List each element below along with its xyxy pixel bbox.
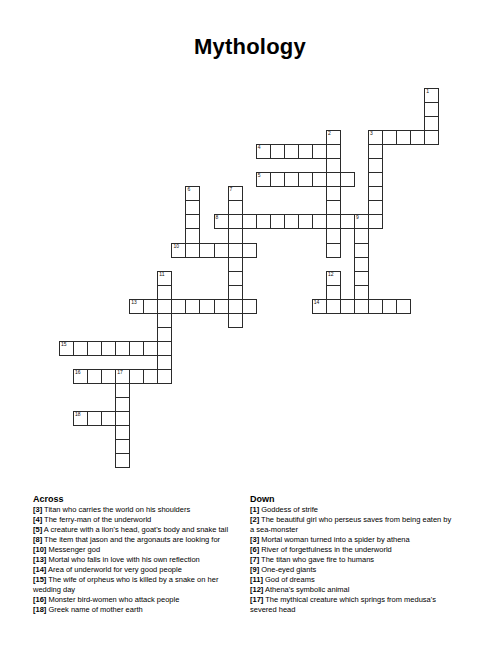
cell-r20c7[interactable] — [157, 369, 172, 384]
cell-r9c13[interactable] — [242, 214, 257, 229]
page-title: Mythology — [0, 34, 500, 60]
cell-r7c19[interactable] — [326, 186, 341, 201]
clue-number: [7] — [250, 555, 259, 564]
cell-r10c21[interactable] — [354, 228, 369, 243]
cell-r13c21[interactable] — [354, 271, 369, 286]
clue-text: Greek name of mother earth — [46, 605, 142, 614]
cell-r9c15[interactable] — [270, 214, 285, 229]
cell-r12c21[interactable] — [354, 257, 369, 272]
clue-text: The item that jason and the argonauts ar… — [42, 535, 220, 544]
clue-number: [4] — [33, 515, 42, 524]
cell-r16c12[interactable] — [228, 313, 243, 328]
cell-r4c14[interactable]: 4 — [256, 144, 271, 159]
clue-down-12: [12] Athena's symbolic animal — [250, 585, 485, 595]
cell-r4c15[interactable] — [270, 144, 285, 159]
cell-number-18: 18 — [75, 412, 81, 418]
cell-r15c10[interactable] — [199, 299, 214, 314]
cell-r8c22[interactable] — [368, 200, 383, 215]
cell-r19c7[interactable] — [157, 355, 172, 370]
cell-r3c25[interactable] — [410, 130, 425, 145]
cell-r11c19[interactable] — [326, 243, 341, 258]
cell-r15c8[interactable] — [171, 299, 186, 314]
cell-number-6: 6 — [187, 187, 190, 193]
cell-r7c9[interactable]: 6 — [185, 186, 200, 201]
clues-across-section: Across [3] Titan who carries the world o… — [33, 494, 268, 615]
clue-down-17: [17] The mythical creature which springs… — [250, 595, 485, 615]
cell-r15c6[interactable] — [143, 299, 158, 314]
clue-text: The wife of orpheus who is killed by a s… — [33, 575, 218, 594]
cell-r9c11[interactable]: 8 — [214, 214, 229, 229]
cell-r9c21[interactable]: 9 — [354, 214, 369, 229]
cell-r14c21[interactable] — [354, 285, 369, 300]
clue-down-9: [9] One-eyed giants — [250, 565, 485, 575]
cell-r6c17[interactable] — [298, 172, 313, 187]
clue-number: [6] — [250, 545, 259, 554]
clue-text: A creature with a lion's head, goat's bo… — [42, 525, 228, 534]
cell-number-5: 5 — [258, 173, 261, 179]
cell-r6c20[interactable] — [340, 172, 355, 187]
cell-r13c12[interactable] — [228, 271, 243, 286]
clue-text: Athena's symbolic animal — [263, 585, 349, 594]
clue-number: [1] — [250, 505, 259, 514]
cell-number-2: 2 — [328, 131, 331, 137]
cell-r10c12[interactable] — [228, 228, 243, 243]
cell-r8c19[interactable] — [326, 200, 341, 215]
cell-r9c22[interactable] — [368, 214, 383, 229]
clue-text: River of forgetfulness in the underworld — [259, 545, 392, 554]
clue-text: The titan who gave fire to humans — [259, 555, 374, 564]
clue-number: [16] — [33, 595, 46, 604]
clues-down-section: Down [1] Goddess of strife[2] The beauti… — [250, 494, 485, 615]
cell-r10c9[interactable] — [185, 228, 200, 243]
cell-r21c4[interactable] — [115, 383, 130, 398]
cell-r15c5[interactable]: 13 — [129, 299, 144, 314]
cell-r13c19[interactable]: 12 — [326, 271, 341, 286]
cell-r3c26[interactable] — [424, 130, 439, 145]
clue-across-4: [4] The ferry-man of the underworld — [33, 515, 268, 525]
cell-number-17: 17 — [117, 370, 123, 376]
clue-text: The ferry-man of the underworld — [42, 515, 151, 524]
cell-r25c4[interactable] — [115, 439, 130, 454]
cell-r15c18[interactable]: 14 — [312, 299, 327, 314]
clue-text: Monster bird-women who attack people — [46, 595, 179, 604]
clue-number: [10] — [33, 545, 46, 554]
cell-r3c23[interactable] — [382, 130, 397, 145]
cell-r15c21[interactable] — [354, 299, 369, 314]
clue-number: [11] — [250, 575, 263, 584]
cell-r23c1[interactable]: 18 — [73, 411, 88, 426]
clue-down-3: [3] Mortal woman turned into a spider by… — [250, 535, 485, 545]
cell-r11c8[interactable]: 10 — [171, 243, 186, 258]
clue-text: Messenger god — [46, 545, 100, 554]
cell-r24c4[interactable] — [115, 425, 130, 440]
cell-r8c9[interactable] — [185, 200, 200, 215]
clue-number: [3] — [33, 505, 42, 514]
clue-number: [17] — [250, 595, 263, 604]
cell-r18c7[interactable] — [157, 341, 172, 356]
cell-r7c12[interactable]: 7 — [228, 186, 243, 201]
cell-r9c17[interactable] — [298, 214, 313, 229]
cell-r6c15[interactable] — [270, 172, 285, 187]
cell-r6c22[interactable] — [368, 172, 383, 187]
cell-r11c11[interactable] — [214, 243, 229, 258]
cell-number-9: 9 — [356, 215, 359, 221]
clue-text: The mythical creature which springs from… — [250, 595, 436, 614]
down-clue-list: [1] Goddess of strife[2] The beautiful g… — [250, 505, 485, 615]
cell-r20c1[interactable]: 16 — [73, 369, 88, 384]
cell-number-11: 11 — [159, 272, 164, 278]
clue-down-2: [2] The beautiful girl who perseus saves… — [250, 515, 485, 535]
cell-r23c4[interactable] — [115, 411, 130, 426]
clue-number: [18] — [33, 605, 46, 614]
cell-r15c12[interactable] — [228, 299, 243, 314]
cell-number-7: 7 — [230, 187, 233, 193]
cell-r16c7[interactable] — [157, 313, 172, 328]
cell-r9c20[interactable] — [340, 214, 355, 229]
clue-across-3: [3] Titan who carries the world on his s… — [33, 505, 268, 515]
cell-r11c21[interactable] — [354, 243, 369, 258]
cell-r3c24[interactable] — [396, 130, 411, 145]
cell-number-16: 16 — [75, 370, 81, 376]
cell-r18c6[interactable] — [143, 341, 158, 356]
cell-number-4: 4 — [258, 145, 261, 151]
cell-r15c9[interactable] — [185, 299, 200, 314]
clue-across-13: [13] Mortal who falls in love with his o… — [33, 555, 268, 565]
cell-r20c5[interactable] — [129, 369, 144, 384]
cell-r10c19[interactable] — [326, 228, 341, 243]
cell-r14c12[interactable] — [228, 285, 243, 300]
cell-r9c18[interactable] — [312, 214, 327, 229]
cell-r9c9[interactable] — [185, 214, 200, 229]
cell-r15c20[interactable] — [340, 299, 355, 314]
cell-r6c19[interactable] — [326, 172, 341, 187]
clue-text: Titan who carries the world on his shoul… — [42, 505, 190, 514]
cell-number-10: 10 — [173, 244, 179, 250]
cell-r2c26[interactable] — [424, 116, 439, 131]
cell-r12c12[interactable] — [228, 257, 243, 272]
cell-r22c4[interactable] — [115, 397, 130, 412]
clue-down-1: [1] Goddess of strife — [250, 505, 485, 515]
clue-number: [8] — [33, 535, 42, 544]
crossword-page: { "title": "Mythology", "game": "crosswo… — [0, 0, 500, 647]
cell-r9c16[interactable] — [284, 214, 299, 229]
cell-r14c19[interactable] — [326, 285, 341, 300]
cell-r18c5[interactable] — [129, 341, 144, 356]
cell-r5c19[interactable] — [326, 158, 341, 173]
cell-r15c13[interactable] — [242, 299, 257, 314]
cell-r6c14[interactable]: 5 — [256, 172, 271, 187]
cell-number-12: 12 — [328, 272, 334, 278]
clue-across-18: [18] Greek name of mother earth — [33, 605, 268, 615]
cell-r15c7[interactable] — [157, 299, 172, 314]
cell-r1c26[interactable] — [424, 102, 439, 117]
clue-number: [2] — [250, 515, 259, 524]
cell-r17c7[interactable] — [157, 327, 172, 342]
across-clue-list: [3] Titan who carries the world on his s… — [33, 505, 268, 615]
clue-across-5: [5] A creature with a lion's head, goat'… — [33, 525, 268, 535]
cell-r11c12[interactable] — [228, 243, 243, 258]
cell-r18c2[interactable] — [87, 341, 102, 356]
clue-number: [15] — [33, 575, 46, 584]
cell-r15c22[interactable] — [368, 299, 383, 314]
cell-r3c19[interactable]: 2 — [326, 130, 341, 145]
cell-r23c2[interactable] — [87, 411, 102, 426]
cell-r3c22[interactable]: 3 — [368, 130, 383, 145]
cell-r4c18[interactable] — [312, 144, 327, 159]
cell-number-14: 14 — [314, 300, 320, 306]
cell-r18c1[interactable] — [73, 341, 88, 356]
cell-number-1: 1 — [426, 89, 429, 95]
cell-number-13: 13 — [131, 300, 137, 306]
clue-text: God of dreams — [263, 575, 315, 584]
cell-number-3: 3 — [370, 131, 373, 137]
cell-r23c3[interactable] — [101, 411, 116, 426]
cell-r15c11[interactable] — [214, 299, 229, 314]
cell-r15c24[interactable] — [396, 299, 411, 314]
clue-number: [3] — [250, 535, 259, 544]
clue-across-15: [15] The wife of orpheus who is killed b… — [33, 575, 268, 595]
clue-down-6: [6] River of forgetfulness in the underw… — [250, 545, 485, 555]
cell-r11c13[interactable] — [242, 243, 257, 258]
cell-r4c17[interactable] — [298, 144, 313, 159]
cell-r7c22[interactable] — [368, 186, 383, 201]
clue-across-10: [10] Messenger god — [33, 545, 268, 555]
cell-r9c14[interactable] — [256, 214, 271, 229]
cell-r20c6[interactable] — [143, 369, 158, 384]
cell-r6c16[interactable] — [284, 172, 299, 187]
cell-r15c19[interactable] — [326, 299, 341, 314]
cell-r20c2[interactable] — [87, 369, 102, 384]
cell-r9c12[interactable] — [228, 214, 243, 229]
cell-r9c19[interactable] — [326, 214, 341, 229]
clue-text: Mortal who falls in love with his own re… — [46, 555, 199, 564]
cell-r18c3[interactable] — [101, 341, 116, 356]
clue-across-14: [14] Area of underworld for very good pe… — [33, 565, 268, 575]
crossword-grid: 123456789101112131415161718 — [59, 88, 438, 467]
cell-r14c7[interactable] — [157, 285, 172, 300]
cell-r4c16[interactable] — [284, 144, 299, 159]
clue-number: [14] — [33, 565, 46, 574]
cell-r8c12[interactable] — [228, 200, 243, 215]
clue-number: [12] — [250, 585, 263, 594]
cell-r26c4[interactable] — [115, 453, 130, 468]
cell-r0c26[interactable]: 1 — [424, 88, 439, 103]
clue-number: [5] — [33, 525, 42, 534]
cell-number-15: 15 — [61, 342, 67, 348]
cell-r18c0[interactable]: 15 — [59, 341, 74, 356]
clue-down-7: [7] The titan who gave fire to humans — [250, 555, 485, 565]
cell-r6c18[interactable] — [312, 172, 327, 187]
clue-across-8: [8] The item that jason and the argonaut… — [33, 535, 268, 545]
clue-text: Mortal woman turned into a spider by ath… — [259, 535, 410, 544]
down-header: Down — [250, 494, 485, 504]
cell-r11c10[interactable] — [199, 243, 214, 258]
cell-r13c7[interactable]: 11 — [157, 271, 172, 286]
clue-text: Goddess of strife — [259, 505, 318, 514]
clue-down-11: [11] God of dreams — [250, 575, 485, 585]
cell-r4c19[interactable] — [326, 144, 341, 159]
cell-number-8: 8 — [216, 215, 219, 221]
cell-r20c4[interactable]: 17 — [115, 369, 130, 384]
clue-number: [13] — [33, 555, 46, 564]
across-header: Across — [33, 494, 268, 504]
clue-number: [9] — [250, 565, 259, 574]
cell-r4c22[interactable] — [368, 144, 383, 159]
clue-text: Area of underworld for very good people — [46, 565, 182, 574]
cell-r18c4[interactable] — [115, 341, 130, 356]
clue-across-16: [16] Monster bird-women who attack peopl… — [33, 595, 268, 605]
cell-r20c3[interactable] — [101, 369, 116, 384]
clue-text: One-eyed giants — [259, 565, 316, 574]
cell-r5c22[interactable] — [368, 158, 383, 173]
cell-r15c23[interactable] — [382, 299, 397, 314]
cell-r11c9[interactable] — [185, 243, 200, 258]
clue-text: The beautiful girl who perseus saves fro… — [250, 515, 451, 534]
